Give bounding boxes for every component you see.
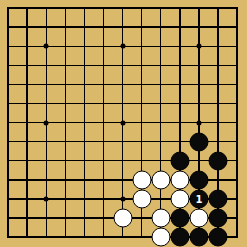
star-point <box>120 120 125 125</box>
black-stone <box>209 209 228 228</box>
star-point <box>44 44 49 49</box>
black-stone <box>209 151 228 170</box>
white-stone <box>151 209 170 228</box>
grid-line-horizontal <box>7 160 239 161</box>
white-stone <box>113 209 132 228</box>
black-stone <box>190 170 209 189</box>
black-stone <box>190 228 209 247</box>
black-stone <box>170 209 189 228</box>
black-stone <box>209 228 228 247</box>
black-stone <box>209 190 228 209</box>
black-stone: 1 <box>190 190 209 209</box>
black-stone <box>190 132 209 151</box>
white-stone <box>151 228 170 247</box>
white-stone <box>151 170 170 189</box>
white-stone <box>170 170 189 189</box>
white-stone <box>190 209 209 228</box>
star-point <box>197 44 202 49</box>
star-point <box>120 44 125 49</box>
star-point <box>120 197 125 202</box>
star-point <box>197 120 202 125</box>
grid-line-vertical <box>160 7 161 239</box>
white-stone <box>132 190 151 209</box>
go-diagram: 1 <box>0 0 247 247</box>
white-stone <box>170 190 189 209</box>
go-board: 1 <box>0 0 247 247</box>
black-stone <box>170 151 189 170</box>
black-stone <box>170 228 189 247</box>
star-point <box>44 197 49 202</box>
move-number-label: 1 <box>196 194 203 204</box>
grid-line-vertical <box>236 7 239 239</box>
star-point <box>44 120 49 125</box>
white-stone <box>132 170 151 189</box>
